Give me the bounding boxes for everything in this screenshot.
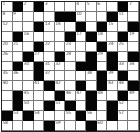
grid-cell[interactable]: [76, 121, 87, 131]
clue-number: 23: [66, 42, 71, 47]
blocked-cell: [44, 101, 55, 111]
clue-number: 45: [24, 91, 29, 96]
grid-cell[interactable]: [65, 121, 76, 131]
grid-cell[interactable]: 20: [2, 42, 13, 52]
grid-cell[interactable]: [23, 81, 34, 91]
clue-number: 13: [45, 22, 50, 27]
grid-cell[interactable]: [97, 12, 108, 22]
grid-cell[interactable]: 32: [55, 62, 66, 72]
clue-number: 52: [118, 101, 123, 106]
blocked-cell: [107, 62, 118, 72]
grid-cell[interactable]: [44, 52, 55, 62]
clue-number: 26: [3, 52, 8, 57]
blocked-cell: [34, 42, 45, 52]
grid-cell[interactable]: 29: [97, 52, 108, 62]
grid-cell[interactable]: [118, 121, 129, 131]
clue-number: 36: [13, 71, 18, 76]
grid-cell[interactable]: [23, 71, 34, 81]
grid-cell[interactable]: [86, 22, 97, 32]
grid-cell[interactable]: 54: [34, 111, 45, 121]
blocked-cell: [34, 2, 45, 12]
grid-cell[interactable]: 6: [97, 2, 108, 12]
grid-cell[interactable]: 21: [13, 42, 24, 52]
clue-number: 59: [55, 121, 60, 126]
clue-number: 42: [55, 81, 60, 86]
grid-cell[interactable]: 17: [76, 32, 87, 42]
grid-cell[interactable]: [97, 101, 108, 111]
clue-number: 17: [76, 32, 81, 37]
clue-number: 44: [118, 81, 123, 86]
grid-cell[interactable]: [86, 12, 97, 22]
blocked-cell: [76, 111, 87, 121]
clue-number: 39: [108, 71, 113, 76]
grid-cell[interactable]: 1: [2, 2, 13, 12]
grid-cell[interactable]: 51: [55, 101, 66, 111]
grid-cell[interactable]: [107, 91, 118, 101]
clue-number: 28: [66, 52, 71, 57]
blocked-cell: [34, 71, 45, 81]
clue-number: 25: [118, 42, 123, 47]
grid-cell[interactable]: [34, 101, 45, 111]
clue-number: 33: [118, 62, 123, 67]
blocked-cell: [76, 62, 87, 72]
grid-cell[interactable]: [128, 111, 139, 121]
clue-number: 2: [24, 2, 27, 7]
grid-cell[interactable]: [76, 42, 87, 52]
blocked-cell: [76, 22, 87, 32]
grid-cell[interactable]: 53: [13, 111, 24, 121]
grid-cell[interactable]: 24: [107, 42, 118, 52]
grid-cell[interactable]: 55: [65, 111, 76, 121]
blocked-cell: [13, 101, 24, 111]
grid-cell[interactable]: [128, 42, 139, 52]
clue-number: 53: [13, 111, 18, 116]
grid-cell[interactable]: 52: [118, 101, 129, 111]
blocked-cell: [118, 32, 129, 42]
blocked-cell: [107, 52, 118, 62]
grid-cell[interactable]: 37: [44, 71, 55, 81]
blocked-cell: [86, 32, 97, 42]
grid-cell[interactable]: [13, 52, 24, 62]
grid-cell[interactable]: 7: [128, 2, 139, 12]
grid-cell[interactable]: [34, 12, 45, 22]
clue-number: 12: [3, 22, 8, 27]
grid-cell[interactable]: [76, 71, 87, 81]
blocked-cell: [13, 32, 24, 42]
grid-cell[interactable]: [107, 32, 118, 42]
clue-number: 54: [34, 111, 39, 116]
grid-cell[interactable]: [55, 32, 66, 42]
clue-number: 55: [66, 111, 71, 116]
grid-cell[interactable]: 31: [44, 62, 55, 72]
grid-cell[interactable]: 23: [65, 42, 76, 52]
grid-cell[interactable]: 4: [76, 2, 87, 12]
blocked-cell: [107, 111, 118, 121]
grid-cell[interactable]: 13: [44, 22, 55, 32]
grid-cell[interactable]: 5: [86, 2, 97, 12]
blocked-cell: [55, 91, 66, 101]
clue-number: 35: [3, 71, 8, 76]
grid-cell[interactable]: [13, 81, 24, 91]
grid-cell[interactable]: 49: [128, 91, 139, 101]
clue-number: 31: [45, 62, 50, 67]
grid-cell[interactable]: 50: [23, 101, 34, 111]
grid-cell[interactable]: [107, 121, 118, 131]
grid-cell[interactable]: 57: [118, 111, 129, 121]
grid-cell[interactable]: [55, 111, 66, 121]
blocked-cell: [118, 71, 129, 81]
blocked-cell: [44, 121, 55, 131]
clue-number: 60: [97, 121, 102, 126]
grid-cell[interactable]: [97, 62, 108, 72]
grid-cell[interactable]: 3: [44, 2, 55, 12]
clue-number: 14: [55, 22, 60, 27]
grid-cell[interactable]: 47: [76, 91, 87, 101]
blocked-cell: [107, 101, 118, 111]
grid-cell[interactable]: [2, 62, 13, 72]
grid-cell[interactable]: 10: [76, 12, 87, 22]
grid-cell[interactable]: [128, 71, 139, 81]
grid-cell[interactable]: [13, 22, 24, 32]
clue-number: 27: [34, 52, 39, 57]
blocked-cell: [97, 22, 108, 32]
grid-cell[interactable]: 28: [65, 52, 76, 62]
clue-number: 37: [45, 71, 50, 76]
clue-number: 5: [87, 2, 90, 7]
grid-cell[interactable]: 36: [13, 71, 24, 81]
crossword-board: 1234567891011121314151617181920212223242…: [1, 1, 140, 132]
clue-number: 50: [24, 101, 29, 106]
grid-cell[interactable]: [44, 91, 55, 101]
grid-cell[interactable]: 14: [55, 22, 66, 32]
blocked-cell: [23, 52, 34, 62]
blocked-cell: [65, 12, 76, 22]
grid-cell[interactable]: [97, 111, 108, 121]
clue-number: 57: [118, 111, 123, 116]
grid-cell[interactable]: 35: [2, 71, 13, 81]
clue-number: 24: [108, 42, 113, 47]
blocked-cell: [97, 81, 108, 91]
grid-cell[interactable]: [44, 32, 55, 42]
blocked-cell: [128, 52, 139, 62]
grid-cell[interactable]: 46: [65, 91, 76, 101]
grid-cell[interactable]: 39: [107, 71, 118, 81]
grid-cell[interactable]: 48: [97, 91, 108, 101]
clue-number: 16: [24, 32, 29, 37]
clue-number: 18: [97, 32, 102, 37]
grid-cell[interactable]: 59: [55, 121, 66, 131]
blocked-cell: [76, 81, 87, 91]
clue-number: 6: [97, 2, 100, 7]
grid-cell[interactable]: [65, 2, 76, 12]
grid-cell[interactable]: [2, 101, 13, 111]
clue-number: 30: [24, 62, 29, 67]
clue-number: 41: [34, 81, 39, 86]
grid-cell[interactable]: [23, 22, 34, 32]
grid-cell[interactable]: [86, 81, 97, 91]
grid-cell[interactable]: 34: [128, 62, 139, 72]
blocked-cell: [34, 62, 45, 72]
clue-number: 49: [129, 91, 134, 96]
grid-cell[interactable]: [128, 121, 139, 131]
clue-number: 40: [3, 81, 8, 86]
grid-cell[interactable]: [107, 2, 118, 12]
clue-number: 7: [129, 2, 132, 7]
blocked-cell: [65, 32, 76, 42]
grid-cell[interactable]: 44: [118, 81, 129, 91]
clue-number: 3: [45, 2, 48, 7]
grid-cell[interactable]: 41: [34, 81, 45, 91]
blocked-cell: [97, 42, 108, 52]
clue-number: 10: [76, 12, 81, 17]
grid-cell[interactable]: 8: [2, 12, 13, 22]
grid-cell[interactable]: 12: [2, 22, 13, 32]
blocked-cell: [86, 121, 97, 131]
clue-number: 20: [3, 42, 8, 47]
clue-number: 29: [97, 52, 102, 57]
clue-number: 32: [55, 62, 60, 67]
grid-cell[interactable]: [34, 91, 45, 101]
clue-number: 47: [76, 91, 81, 96]
blocked-cell: [86, 52, 97, 62]
blocked-cell: [34, 22, 45, 32]
grid-cell[interactable]: [76, 52, 87, 62]
blocked-cell: [13, 2, 24, 12]
blocked-cell: [55, 12, 66, 22]
grid-cell[interactable]: [13, 121, 24, 131]
grid-cell[interactable]: [76, 101, 87, 111]
grid-cell[interactable]: [55, 71, 66, 81]
blocked-cell: [118, 91, 129, 101]
grid-cell[interactable]: [65, 81, 76, 91]
blocked-cell: [107, 12, 118, 22]
blocked-cell: [44, 81, 55, 91]
grid-cell[interactable]: 22: [44, 42, 55, 52]
clue-number: 1: [3, 2, 6, 7]
grid-cell[interactable]: 30: [23, 62, 34, 72]
clue-number: 51: [55, 101, 60, 106]
grid-cell[interactable]: 27: [34, 52, 45, 62]
grid-cell[interactable]: 9: [13, 12, 24, 22]
grid-cell[interactable]: 15: [107, 22, 118, 32]
grid-cell[interactable]: [118, 22, 129, 32]
clue-number: 9: [13, 12, 16, 17]
grid-cell[interactable]: [128, 101, 139, 111]
clue-number: 21: [13, 42, 18, 47]
blocked-cell: [55, 52, 66, 62]
clue-number: 19: [129, 32, 134, 37]
clue-number: 22: [45, 42, 50, 47]
grid-cell[interactable]: 42: [55, 81, 66, 91]
grid-cell[interactable]: 43: [107, 81, 118, 91]
grid-cell[interactable]: 2: [23, 2, 34, 12]
grid-cell[interactable]: [118, 52, 129, 62]
grid-cell[interactable]: 38: [86, 71, 97, 81]
clue-number: 58: [3, 121, 8, 126]
clue-number: 4: [76, 2, 79, 7]
clue-number: 34: [129, 62, 134, 67]
grid-cell[interactable]: [65, 71, 76, 81]
grid-cell[interactable]: [86, 42, 97, 52]
grid-cell[interactable]: 19: [128, 32, 139, 42]
clue-number: 11: [118, 12, 123, 17]
grid-cell[interactable]: [55, 42, 66, 52]
clue-number: 48: [97, 91, 102, 96]
clue-number: 56: [87, 111, 92, 116]
blocked-cell: [128, 81, 139, 91]
grid-cell[interactable]: [2, 32, 13, 42]
blocked-cell: [65, 101, 76, 111]
grid-cell[interactable]: 58: [2, 121, 13, 131]
grid-cell[interactable]: 11: [118, 12, 129, 22]
clue-number: 8: [3, 12, 6, 17]
grid-cell[interactable]: [2, 91, 13, 101]
blocked-cell: [13, 91, 24, 101]
grid-cell[interactable]: [34, 121, 45, 131]
blocked-cell: [118, 2, 129, 12]
grid-cell[interactable]: 33: [118, 62, 129, 72]
grid-cell[interactable]: [128, 12, 139, 22]
blocked-cell: [86, 101, 97, 111]
blocked-cell: [13, 62, 24, 72]
grid-cell[interactable]: [55, 2, 66, 12]
grid-cell[interactable]: [65, 22, 76, 32]
clue-number: 15: [108, 22, 113, 27]
grid-cell[interactable]: [65, 62, 76, 72]
grid-cell[interactable]: 40: [2, 81, 13, 91]
grid-cell[interactable]: 26: [2, 52, 13, 62]
grid-cell[interactable]: 18: [97, 32, 108, 42]
blocked-cell: [86, 62, 97, 72]
clue-number: 43: [108, 81, 113, 86]
grid-cell[interactable]: 16: [23, 32, 34, 42]
clue-number: 38: [87, 71, 92, 76]
grid-cell[interactable]: [44, 111, 55, 121]
grid-cell[interactable]: [23, 12, 34, 22]
grid-cell[interactable]: 60: [97, 121, 108, 131]
clue-number: 46: [66, 91, 71, 96]
grid-cell[interactable]: 25: [118, 42, 129, 52]
blocked-cell: [86, 91, 97, 101]
grid-cell[interactable]: [34, 32, 45, 42]
blocked-cell: [97, 71, 108, 81]
grid-cell[interactable]: [44, 12, 55, 22]
grid-cell[interactable]: 56: [86, 111, 97, 121]
blocked-cell: [23, 111, 34, 121]
grid-cell[interactable]: [23, 121, 34, 131]
grid-cell[interactable]: [23, 42, 34, 52]
blocked-cell: [128, 22, 139, 32]
blocked-cell: [2, 111, 13, 121]
grid-cell[interactable]: 45: [23, 91, 34, 101]
